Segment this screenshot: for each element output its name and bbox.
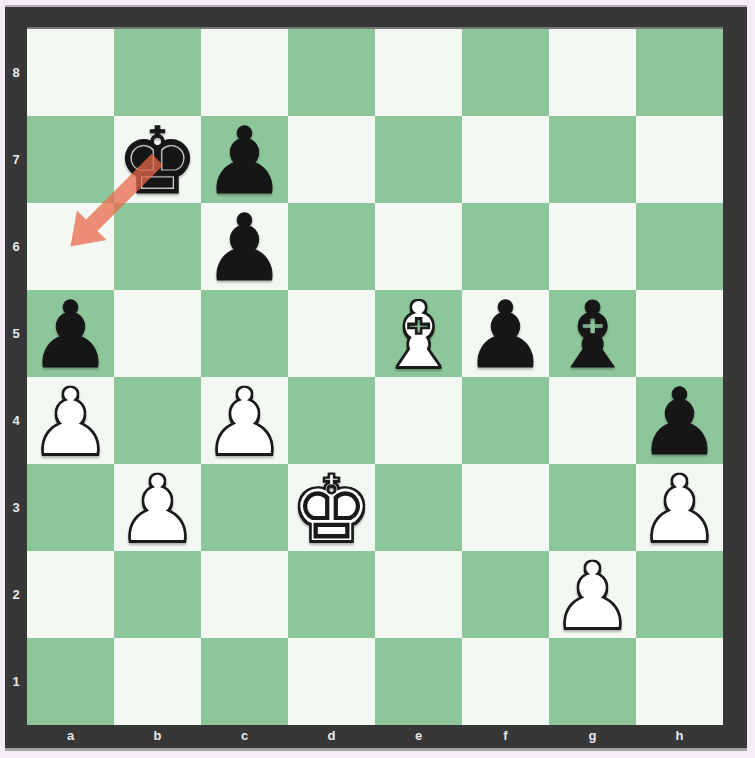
- square-e3[interactable]: [375, 464, 462, 551]
- square-d2[interactable]: [288, 551, 375, 638]
- square-b6[interactable]: [114, 203, 201, 290]
- file-label-f: f: [462, 725, 549, 746]
- rank-label-1: 1: [5, 638, 27, 725]
- square-g2[interactable]: ♟: [549, 551, 636, 638]
- square-f5[interactable]: ♟: [462, 290, 549, 377]
- piece-black-pawn[interactable]: ♟: [29, 292, 111, 379]
- square-d7[interactable]: [288, 116, 375, 203]
- square-e8[interactable]: [375, 29, 462, 116]
- square-e2[interactable]: [375, 551, 462, 638]
- square-g5[interactable]: ♝: [549, 290, 636, 377]
- square-h5[interactable]: [636, 290, 723, 377]
- piece-black-pawn[interactable]: ♟: [203, 205, 285, 292]
- square-e5[interactable]: ♝: [375, 290, 462, 377]
- square-c3[interactable]: [201, 464, 288, 551]
- square-a1[interactable]: [27, 638, 114, 725]
- square-f7[interactable]: [462, 116, 549, 203]
- square-b8[interactable]: [114, 29, 201, 116]
- square-c8[interactable]: [201, 29, 288, 116]
- file-label-b: b: [114, 725, 201, 746]
- piece-black-king[interactable]: ♚: [116, 118, 198, 205]
- rank-label-2: 2: [5, 551, 27, 638]
- square-h7[interactable]: [636, 116, 723, 203]
- square-c7[interactable]: ♟: [201, 116, 288, 203]
- square-c6[interactable]: ♟: [201, 203, 288, 290]
- square-h1[interactable]: [636, 638, 723, 725]
- square-a3[interactable]: [27, 464, 114, 551]
- square-h6[interactable]: [636, 203, 723, 290]
- square-b7[interactable]: ♚: [114, 116, 201, 203]
- square-e7[interactable]: [375, 116, 462, 203]
- square-h4[interactable]: ♟: [636, 377, 723, 464]
- rank-label-6: 6: [5, 203, 27, 290]
- square-g8[interactable]: [549, 29, 636, 116]
- square-a6[interactable]: [27, 203, 114, 290]
- square-d1[interactable]: [288, 638, 375, 725]
- piece-black-pawn[interactable]: ♟: [464, 292, 546, 379]
- square-h2[interactable]: [636, 551, 723, 638]
- square-d4[interactable]: [288, 377, 375, 464]
- square-g6[interactable]: [549, 203, 636, 290]
- square-g4[interactable]: [549, 377, 636, 464]
- rank-label-7: 7: [5, 116, 27, 203]
- square-h3[interactable]: ♟: [636, 464, 723, 551]
- square-c5[interactable]: [201, 290, 288, 377]
- piece-white-bishop[interactable]: ♝: [377, 292, 459, 379]
- piece-white-pawn[interactable]: ♟: [551, 553, 633, 640]
- file-label-d: d: [288, 725, 375, 746]
- square-b4[interactable]: [114, 377, 201, 464]
- square-f4[interactable]: [462, 377, 549, 464]
- rank-label-3: 3: [5, 464, 27, 551]
- square-e4[interactable]: [375, 377, 462, 464]
- square-d3[interactable]: ♚: [288, 464, 375, 551]
- square-c1[interactable]: [201, 638, 288, 725]
- board-frame: ♚♟♟♟♝♟♝♟♟♟♟♚♟♟ 87654321 abcdefgh: [5, 5, 747, 748]
- rank-label-5: 5: [5, 290, 27, 377]
- square-d8[interactable]: [288, 29, 375, 116]
- square-g1[interactable]: [549, 638, 636, 725]
- square-a2[interactable]: [27, 551, 114, 638]
- rank-label-8: 8: [5, 29, 27, 116]
- square-a5[interactable]: ♟: [27, 290, 114, 377]
- piece-white-pawn[interactable]: ♟: [638, 466, 720, 553]
- square-a4[interactable]: ♟: [27, 377, 114, 464]
- square-h8[interactable]: [636, 29, 723, 116]
- file-label-a: a: [27, 725, 114, 746]
- file-label-h: h: [636, 725, 723, 746]
- square-b3[interactable]: ♟: [114, 464, 201, 551]
- square-d5[interactable]: [288, 290, 375, 377]
- file-label-g: g: [549, 725, 636, 746]
- square-g3[interactable]: [549, 464, 636, 551]
- piece-black-bishop[interactable]: ♝: [551, 292, 633, 379]
- square-c2[interactable]: [201, 551, 288, 638]
- piece-white-pawn[interactable]: ♟: [203, 379, 285, 466]
- piece-white-pawn[interactable]: ♟: [29, 379, 111, 466]
- square-e6[interactable]: [375, 203, 462, 290]
- rank-label-4: 4: [5, 377, 27, 464]
- piece-black-pawn[interactable]: ♟: [203, 118, 285, 205]
- square-f6[interactable]: [462, 203, 549, 290]
- square-d6[interactable]: [288, 203, 375, 290]
- file-label-e: e: [375, 725, 462, 746]
- square-b5[interactable]: [114, 290, 201, 377]
- square-g7[interactable]: [549, 116, 636, 203]
- square-e1[interactable]: [375, 638, 462, 725]
- piece-white-pawn[interactable]: ♟: [116, 466, 198, 553]
- square-f8[interactable]: [462, 29, 549, 116]
- square-b1[interactable]: [114, 638, 201, 725]
- square-b2[interactable]: [114, 551, 201, 638]
- file-label-c: c: [201, 725, 288, 746]
- square-f1[interactable]: [462, 638, 549, 725]
- square-a7[interactable]: [27, 116, 114, 203]
- square-c4[interactable]: ♟: [201, 377, 288, 464]
- square-f2[interactable]: [462, 551, 549, 638]
- chess-board[interactable]: ♚♟♟♟♝♟♝♟♟♟♟♚♟♟: [27, 29, 723, 725]
- piece-white-king[interactable]: ♚: [290, 466, 372, 553]
- square-f3[interactable]: [462, 464, 549, 551]
- piece-black-pawn[interactable]: ♟: [638, 379, 720, 466]
- square-a8[interactable]: [27, 29, 114, 116]
